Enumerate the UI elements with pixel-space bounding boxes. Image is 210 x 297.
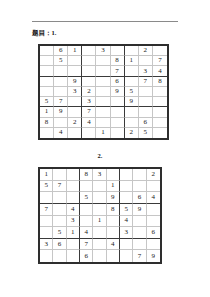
cell-r4c5 xyxy=(93,204,106,216)
cell-r1c3: 1 xyxy=(68,46,82,56)
cell-r5c9 xyxy=(153,87,167,97)
cell-r6c4: 3 xyxy=(82,97,96,107)
cell-r1c5: 3 xyxy=(93,169,106,181)
cell-r8c4: 4 xyxy=(82,118,96,128)
cell-r1c9: 2 xyxy=(147,169,160,181)
cell-r9c7: 2 xyxy=(125,128,139,138)
cell-r4c8: 7 xyxy=(139,77,153,87)
cell-r8c3: 2 xyxy=(68,118,82,128)
cell-r2c9: 7 xyxy=(153,56,167,66)
cell-r8c7 xyxy=(120,250,133,262)
cell-r5c4 xyxy=(80,216,93,228)
cell-r5c5: 1 xyxy=(93,216,106,228)
cell-r5c7: 5 xyxy=(125,87,139,97)
cell-r9c3 xyxy=(68,128,82,138)
cell-r4c4 xyxy=(82,77,96,87)
cell-r7c5 xyxy=(93,239,106,251)
cell-r1c8: 2 xyxy=(139,46,153,56)
cell-r5c6: 9 xyxy=(111,87,125,97)
cell-r3c1 xyxy=(40,192,53,204)
cell-r3c7 xyxy=(120,192,133,204)
cell-r1c1 xyxy=(40,46,54,56)
cell-r3c2 xyxy=(53,192,66,204)
cell-r2c7 xyxy=(120,181,133,193)
cell-r3c1 xyxy=(40,66,54,76)
cell-r8c6 xyxy=(111,118,125,128)
cell-r8c3 xyxy=(67,250,80,262)
cell-r2c1 xyxy=(40,56,54,66)
cell-r7c1: 1 xyxy=(40,107,54,117)
cell-r9c5: 1 xyxy=(96,128,110,138)
cell-r4c1: 7 xyxy=(40,204,53,216)
cell-r5c1 xyxy=(40,87,54,97)
cell-r8c6 xyxy=(107,250,120,262)
cell-r2c4 xyxy=(80,181,93,193)
divider-rule xyxy=(32,21,178,22)
cell-r5c6 xyxy=(107,216,120,228)
cell-r3c4 xyxy=(82,66,96,76)
cell-r7c1: 3 xyxy=(40,239,53,251)
cell-r5c7: 4 xyxy=(120,216,133,228)
cell-r1c6 xyxy=(111,46,125,56)
cell-r6c6 xyxy=(111,97,125,107)
cell-r3c6: 9 xyxy=(107,192,120,204)
cell-r2c6: 8 xyxy=(111,56,125,66)
cell-r3c5 xyxy=(96,66,110,76)
cell-r6c2: 5 xyxy=(53,227,66,239)
cell-r8c2 xyxy=(54,118,68,128)
cell-r7c6 xyxy=(111,107,125,117)
cell-r2c8 xyxy=(133,181,146,193)
cell-r7c6: 4 xyxy=(107,239,120,251)
cell-r7c4: 7 xyxy=(80,239,93,251)
cell-r2c3 xyxy=(67,181,80,193)
cell-r6c9: 6 xyxy=(147,227,160,239)
cell-r3c4: 5 xyxy=(80,192,93,204)
sudoku-grid-2: 1832571596474859314514363674679 xyxy=(38,167,162,264)
cell-r9c2: 4 xyxy=(54,128,68,138)
cell-r9c1 xyxy=(40,128,54,138)
cell-r5c4: 2 xyxy=(82,87,96,97)
cell-r5c3: 3 xyxy=(68,87,82,97)
cell-r4c7 xyxy=(125,77,139,87)
cell-r9c9 xyxy=(153,128,167,138)
cell-r1c7 xyxy=(120,169,133,181)
sudoku-grid-1: 6132581773496783295573919782464125 xyxy=(38,44,169,140)
cell-r4c6: 8 xyxy=(107,204,120,216)
cell-r6c9 xyxy=(153,97,167,107)
cell-r6c5 xyxy=(96,97,110,107)
cell-r4c2 xyxy=(54,77,68,87)
cell-r5c8 xyxy=(139,87,153,97)
cell-r5c2 xyxy=(54,87,68,97)
cell-r1c4 xyxy=(82,46,96,56)
cell-r8c9: 9 xyxy=(147,250,160,262)
cell-r7c5 xyxy=(96,107,110,117)
cell-r4c7: 5 xyxy=(120,204,133,216)
cell-r7c8 xyxy=(139,107,153,117)
cell-r4c3: 9 xyxy=(68,77,82,87)
cell-r4c3: 4 xyxy=(67,204,80,216)
cell-r6c8 xyxy=(133,227,146,239)
cell-r8c5 xyxy=(93,250,106,262)
cell-r5c5 xyxy=(96,87,110,97)
section-label-1: 题目：1. xyxy=(32,29,56,38)
cell-r1c3 xyxy=(67,169,80,181)
cell-r3c8: 6 xyxy=(133,192,146,204)
cell-r3c3 xyxy=(67,192,80,204)
cell-r3c5 xyxy=(93,192,106,204)
cell-r9c6 xyxy=(111,128,125,138)
cell-r8c8: 7 xyxy=(133,250,146,262)
cell-r2c4 xyxy=(82,56,96,66)
cell-r7c4: 7 xyxy=(82,107,96,117)
cell-r2c2: 7 xyxy=(53,181,66,193)
cell-r3c3 xyxy=(68,66,82,76)
cell-r8c8: 6 xyxy=(139,118,153,128)
cell-r8c1: 8 xyxy=(40,118,54,128)
cell-r3c8: 3 xyxy=(139,66,153,76)
cell-r4c4 xyxy=(80,204,93,216)
cell-r1c6 xyxy=(107,169,120,181)
cell-r2c5 xyxy=(93,181,106,193)
cell-r4c8: 9 xyxy=(133,204,146,216)
cell-r1c2 xyxy=(53,169,66,181)
cell-r4c9 xyxy=(147,204,160,216)
cell-r6c2: 7 xyxy=(54,97,68,107)
cell-r5c9 xyxy=(147,216,160,228)
cell-r1c9 xyxy=(153,46,167,56)
cell-r1c2: 6 xyxy=(54,46,68,56)
cell-r6c3 xyxy=(68,97,82,107)
cell-r7c3 xyxy=(67,239,80,251)
cell-r2c2: 5 xyxy=(54,56,68,66)
cell-r8c9 xyxy=(153,118,167,128)
cell-r8c7 xyxy=(125,118,139,128)
cell-r1c1: 1 xyxy=(40,169,53,181)
cell-r5c2 xyxy=(53,216,66,228)
cell-r7c2: 9 xyxy=(54,107,68,117)
cell-r2c5 xyxy=(96,56,110,66)
cell-r1c8 xyxy=(133,169,146,181)
cell-r4c2 xyxy=(53,204,66,216)
cell-r8c5 xyxy=(96,118,110,128)
cell-r1c4: 8 xyxy=(80,169,93,181)
cell-r2c1: 5 xyxy=(40,181,53,193)
cell-r9c4 xyxy=(82,128,96,138)
cell-r4c9: 8 xyxy=(153,77,167,87)
cell-r4c5 xyxy=(96,77,110,87)
cell-r6c7: 3 xyxy=(120,227,133,239)
worksheet-page: 题目：1. 6132581773496783295573919782464125… xyxy=(0,0,210,297)
cell-r8c1 xyxy=(40,250,53,262)
cell-r8c4: 6 xyxy=(80,250,93,262)
cell-r3c6: 7 xyxy=(111,66,125,76)
cell-r2c8 xyxy=(139,56,153,66)
cell-r1c7 xyxy=(125,46,139,56)
cell-r3c9: 4 xyxy=(147,192,160,204)
cell-r3c2 xyxy=(54,66,68,76)
cell-r8c2 xyxy=(53,250,66,262)
cell-r6c3: 1 xyxy=(67,227,80,239)
cell-r7c7 xyxy=(120,239,133,251)
cell-r5c3: 3 xyxy=(67,216,80,228)
cell-r7c9 xyxy=(147,239,160,251)
cell-r1c5: 3 xyxy=(96,46,110,56)
cell-r3c9: 4 xyxy=(153,66,167,76)
cell-r7c9 xyxy=(153,107,167,117)
cell-r2c7: 1 xyxy=(125,56,139,66)
cell-r6c6 xyxy=(107,227,120,239)
cell-r5c8 xyxy=(133,216,146,228)
cell-r6c8 xyxy=(139,97,153,107)
cell-r6c4: 4 xyxy=(80,227,93,239)
cell-r6c1: 5 xyxy=(40,97,54,107)
cell-r6c1 xyxy=(40,227,53,239)
cell-r4c1 xyxy=(40,77,54,87)
cell-r6c7: 9 xyxy=(125,97,139,107)
cell-r7c2: 6 xyxy=(53,239,66,251)
cell-r4c6: 6 xyxy=(111,77,125,87)
cell-r3c7 xyxy=(125,66,139,76)
cell-r2c3 xyxy=(68,56,82,66)
cell-r2c6: 1 xyxy=(107,181,120,193)
cell-r5c1 xyxy=(40,216,53,228)
cell-r7c8 xyxy=(133,239,146,251)
cell-r7c3 xyxy=(68,107,82,117)
cell-r9c8: 5 xyxy=(139,128,153,138)
cell-r2c9 xyxy=(147,181,160,193)
cell-r6c5 xyxy=(93,227,106,239)
cell-r7c7 xyxy=(125,107,139,117)
section-label-2: 2. xyxy=(38,152,162,159)
